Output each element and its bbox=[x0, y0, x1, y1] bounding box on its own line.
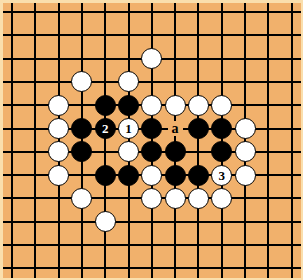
grid-line-horizontal bbox=[0, 34, 303, 36]
black-stone bbox=[71, 141, 92, 162]
grid-line-horizontal bbox=[0, 11, 303, 13]
black-stone bbox=[188, 118, 209, 139]
white-stone bbox=[165, 95, 186, 116]
white-stone bbox=[141, 95, 162, 116]
white-stone bbox=[211, 188, 232, 209]
grid-line-vertical bbox=[81, 0, 83, 280]
grid-line-vertical bbox=[291, 0, 293, 280]
grid-line-vertical bbox=[151, 0, 153, 280]
black-stone-2: 2 bbox=[95, 118, 116, 139]
white-stone bbox=[48, 95, 69, 116]
white-stone bbox=[48, 165, 69, 186]
white-stone bbox=[141, 165, 162, 186]
point-label-a: a bbox=[168, 121, 183, 136]
white-stone bbox=[211, 95, 232, 116]
black-stone bbox=[95, 165, 116, 186]
black-stone bbox=[71, 118, 92, 139]
black-stone bbox=[118, 165, 139, 186]
grid-line-vertical bbox=[58, 0, 60, 280]
go-board-diagram: a213 bbox=[0, 0, 303, 280]
white-stone bbox=[188, 188, 209, 209]
black-stone bbox=[165, 141, 186, 162]
black-stone bbox=[141, 118, 162, 139]
white-stone bbox=[235, 141, 256, 162]
black-stone bbox=[118, 95, 139, 116]
grid-line-horizontal bbox=[0, 81, 303, 83]
board-edge-top bbox=[0, 0, 303, 3]
grid-line-vertical bbox=[104, 0, 106, 280]
grid-line-horizontal bbox=[0, 267, 303, 269]
white-stone bbox=[118, 71, 139, 92]
white-stone bbox=[141, 188, 162, 209]
grid-line-vertical bbox=[244, 0, 246, 280]
white-stone bbox=[165, 188, 186, 209]
grid-line-vertical bbox=[267, 0, 269, 280]
black-stone bbox=[165, 165, 186, 186]
white-stone bbox=[188, 95, 209, 116]
grid-line-vertical bbox=[128, 0, 130, 280]
grid-line-vertical bbox=[11, 0, 13, 280]
white-stone-3: 3 bbox=[211, 165, 232, 186]
grid-line-horizontal bbox=[0, 244, 303, 246]
white-stone bbox=[235, 165, 256, 186]
board-edge-left bbox=[0, 0, 3, 280]
grid-line-vertical bbox=[174, 0, 176, 280]
grid-line-vertical bbox=[221, 0, 223, 280]
black-stone bbox=[95, 95, 116, 116]
grid-line-vertical bbox=[197, 0, 199, 280]
grid-line-vertical bbox=[34, 0, 36, 280]
white-stone bbox=[235, 118, 256, 139]
white-stone bbox=[71, 188, 92, 209]
white-stone bbox=[141, 48, 162, 69]
board-edge-right bbox=[301, 0, 303, 280]
white-stone bbox=[95, 211, 116, 232]
white-stone bbox=[118, 141, 139, 162]
white-stone bbox=[48, 118, 69, 139]
black-stone bbox=[188, 165, 209, 186]
white-stone-1: 1 bbox=[118, 118, 139, 139]
black-stone bbox=[211, 141, 232, 162]
white-stone bbox=[71, 71, 92, 92]
white-stone bbox=[48, 141, 69, 162]
grid-line-horizontal bbox=[0, 221, 303, 223]
black-stone bbox=[211, 118, 232, 139]
black-stone bbox=[141, 141, 162, 162]
